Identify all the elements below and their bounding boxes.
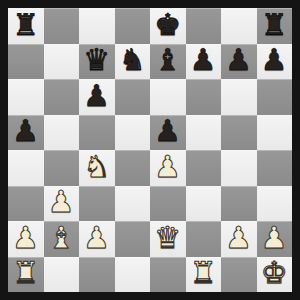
- square-c3[interactable]: [79, 186, 115, 222]
- square-h7[interactable]: ♟: [257, 44, 293, 80]
- square-h8[interactable]: ♜: [257, 8, 293, 44]
- white-pawn-c2: ♟: [83, 223, 110, 253]
- white-bishop-b2: ♝: [48, 223, 75, 253]
- square-g5[interactable]: [221, 115, 257, 151]
- square-c6[interactable]: ♟: [79, 79, 115, 115]
- square-g7[interactable]: ♟: [221, 44, 257, 80]
- square-c4[interactable]: ♞: [79, 150, 115, 186]
- white-knight-c4: ♞: [83, 152, 110, 182]
- square-e7[interactable]: ♝: [150, 44, 186, 80]
- square-f7[interactable]: ♟: [186, 44, 222, 80]
- square-b2[interactable]: ♝: [44, 221, 80, 257]
- square-a3[interactable]: [8, 186, 44, 222]
- square-b7[interactable]: [44, 44, 80, 80]
- square-g6[interactable]: [221, 79, 257, 115]
- white-king-h1: ♚: [261, 258, 288, 288]
- square-g1[interactable]: [221, 257, 257, 293]
- square-g4[interactable]: [221, 150, 257, 186]
- square-d3[interactable]: [115, 186, 151, 222]
- square-h5[interactable]: [257, 115, 293, 151]
- square-a8[interactable]: ♜: [8, 8, 44, 44]
- square-f2[interactable]: [186, 221, 222, 257]
- board-frame: ♜♚♜♛♞♝♟♟♟♟♟♟♞♟♟♟♝♟♛♟♟♜♜♚: [0, 0, 300, 300]
- white-pawn-g2: ♟: [225, 223, 252, 253]
- square-g8[interactable]: [221, 8, 257, 44]
- square-a5[interactable]: ♟: [8, 115, 44, 151]
- square-b3[interactable]: ♟: [44, 186, 80, 222]
- square-d1[interactable]: [115, 257, 151, 293]
- square-f1[interactable]: ♜: [186, 257, 222, 293]
- square-b5[interactable]: [44, 115, 80, 151]
- black-queen-c7: ♛: [83, 45, 110, 75]
- square-f8[interactable]: [186, 8, 222, 44]
- square-a2[interactable]: ♟: [8, 221, 44, 257]
- square-h4[interactable]: [257, 150, 293, 186]
- square-c7[interactable]: ♛: [79, 44, 115, 80]
- square-f3[interactable]: [186, 186, 222, 222]
- square-b4[interactable]: [44, 150, 80, 186]
- square-d7[interactable]: ♞: [115, 44, 151, 80]
- square-a1[interactable]: ♜: [8, 257, 44, 293]
- square-g2[interactable]: ♟: [221, 221, 257, 257]
- square-b8[interactable]: [44, 8, 80, 44]
- white-rook-f1: ♜: [190, 258, 217, 288]
- square-f6[interactable]: [186, 79, 222, 115]
- square-h6[interactable]: [257, 79, 293, 115]
- square-e2[interactable]: ♛: [150, 221, 186, 257]
- square-c1[interactable]: [79, 257, 115, 293]
- square-d2[interactable]: [115, 221, 151, 257]
- white-pawn-h2: ♟: [261, 223, 288, 253]
- white-pawn-b3: ♟: [48, 187, 75, 217]
- square-e4[interactable]: ♟: [150, 150, 186, 186]
- square-c5[interactable]: [79, 115, 115, 151]
- square-d8[interactable]: [115, 8, 151, 44]
- square-a7[interactable]: [8, 44, 44, 80]
- square-b1[interactable]: [44, 257, 80, 293]
- black-knight-d7: ♞: [119, 45, 146, 75]
- square-a6[interactable]: [8, 79, 44, 115]
- square-d5[interactable]: [115, 115, 151, 151]
- square-e6[interactable]: [150, 79, 186, 115]
- black-king-e8: ♚: [154, 10, 181, 40]
- square-b6[interactable]: [44, 79, 80, 115]
- square-c8[interactable]: [79, 8, 115, 44]
- square-f4[interactable]: [186, 150, 222, 186]
- black-rook-a8: ♜: [12, 10, 39, 40]
- square-c2[interactable]: ♟: [79, 221, 115, 257]
- white-queen-e2: ♛: [154, 223, 181, 253]
- black-pawn-e5: ♟: [154, 116, 181, 146]
- chess-board: ♜♚♜♛♞♝♟♟♟♟♟♟♞♟♟♟♝♟♛♟♟♜♜♚: [8, 8, 292, 292]
- black-pawn-f7: ♟: [190, 45, 217, 75]
- white-rook-a1: ♜: [12, 258, 39, 288]
- square-e3[interactable]: [150, 186, 186, 222]
- black-pawn-a5: ♟: [12, 116, 39, 146]
- square-f5[interactable]: [186, 115, 222, 151]
- black-bishop-e7: ♝: [154, 45, 181, 75]
- black-rook-h8: ♜: [261, 10, 288, 40]
- square-e8[interactable]: ♚: [150, 8, 186, 44]
- square-e5[interactable]: ♟: [150, 115, 186, 151]
- white-pawn-a2: ♟: [12, 223, 39, 253]
- square-d4[interactable]: [115, 150, 151, 186]
- square-h3[interactable]: [257, 186, 293, 222]
- black-pawn-g7: ♟: [225, 45, 252, 75]
- square-g3[interactable]: [221, 186, 257, 222]
- square-h1[interactable]: ♚: [257, 257, 293, 293]
- square-e1[interactable]: [150, 257, 186, 293]
- white-pawn-e4: ♟: [154, 152, 181, 182]
- black-pawn-c6: ♟: [83, 81, 110, 111]
- square-d6[interactable]: [115, 79, 151, 115]
- square-h2[interactable]: ♟: [257, 221, 293, 257]
- black-pawn-h7: ♟: [261, 45, 288, 75]
- square-a4[interactable]: [8, 150, 44, 186]
